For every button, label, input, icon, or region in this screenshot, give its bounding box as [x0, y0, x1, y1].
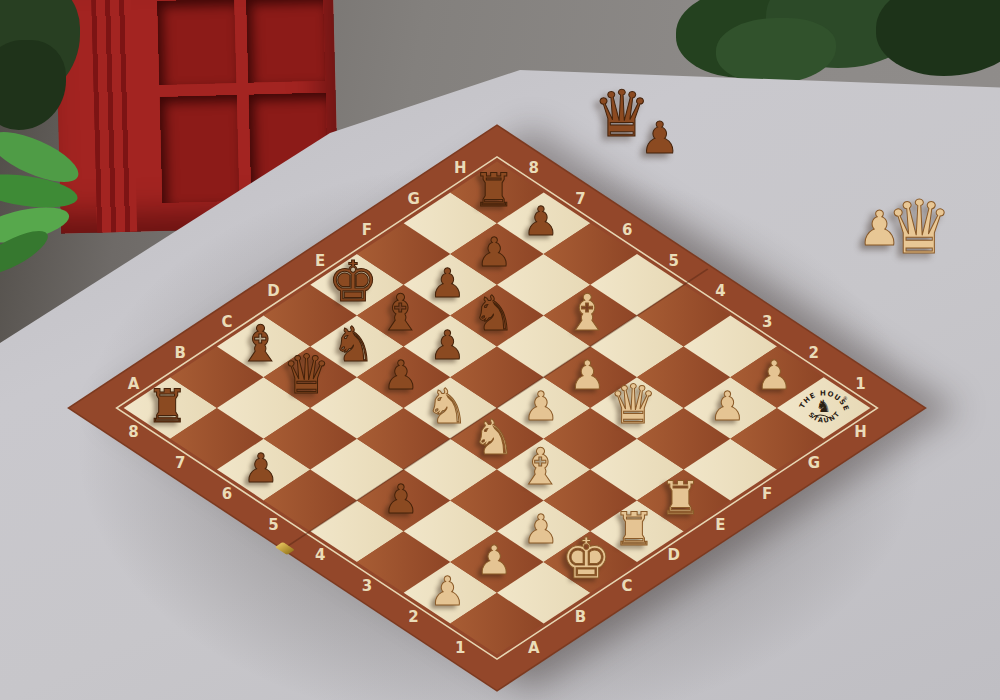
piece-black-knight-f6[interactable]: ♞ [472, 289, 515, 337]
coord-text: 4 [315, 546, 325, 564]
coord-text: B [575, 608, 586, 626]
logo-registered-mark: ® [843, 395, 848, 401]
coord-text: A [528, 639, 540, 657]
coord-text: 5 [669, 252, 679, 270]
piece-black-king-e8[interactable]: ♚ [328, 254, 378, 310]
piece-white-king-c1[interactable]: ♚ [561, 531, 611, 587]
offboard-black-pawn[interactable]: ♟ [640, 116, 679, 160]
piece-black-pawn-f7[interactable]: ♟ [430, 263, 466, 303]
piece-white-bishop-d3[interactable]: ♝ [518, 442, 563, 492]
logo-knight-icon: ♞ [816, 396, 831, 416]
coord-text: 3 [762, 313, 772, 331]
piece-white-rook-d1[interactable]: ♜ [613, 506, 654, 552]
piece-black-pawn-a6[interactable]: ♟ [243, 448, 279, 488]
piece-black-knight-d7[interactable]: ♞ [332, 320, 375, 368]
piece-white-pawn-b2[interactable]: ♟ [476, 540, 512, 580]
coord-text: B [174, 344, 185, 362]
piece-white-pawn-g2[interactable]: ♟ [710, 386, 746, 426]
piece-white-pawn-f4[interactable]: ♟ [570, 355, 606, 395]
piece-white-pawn-a2[interactable]: ♟ [430, 571, 466, 611]
piece-black-pawn-e6[interactable]: ♟ [430, 325, 466, 365]
coord-text: 6 [222, 485, 232, 503]
coord-text: 1 [455, 639, 465, 657]
coord-text: 2 [809, 344, 819, 362]
coord-text: E [715, 516, 725, 534]
piece-black-pawn-h7[interactable]: ♟ [523, 201, 559, 241]
coord-text: 7 [575, 190, 585, 208]
piece-white-knight-d4[interactable]: ♞ [472, 413, 515, 461]
coord-text: F [762, 485, 772, 503]
piece-black-rook-h8[interactable]: ♜ [473, 167, 514, 213]
photo-scene: THE HOUSE OF STAUNTON ♞ ® ABCDEFGH8♜♝♚♜8… [0, 0, 1000, 700]
coord-text: 8 [128, 423, 138, 441]
coord-text: 8 [529, 159, 539, 177]
coord-text: 1 [855, 375, 865, 393]
coord-text: C [622, 577, 633, 595]
coord-text: D [267, 282, 279, 300]
coord-text: H [454, 159, 467, 177]
piece-black-queen-c7[interactable]: ♛ [282, 348, 330, 402]
piece-white-pawn-h2[interactable]: ♟ [756, 355, 792, 395]
coord-text: G [808, 454, 820, 472]
coord-text: G [407, 190, 419, 208]
piece-black-pawn-b4[interactable]: ♟ [383, 479, 419, 519]
coord-text: A [128, 375, 140, 393]
piece-white-knight-d5[interactable]: ♞ [425, 382, 468, 430]
coord-text: H [854, 423, 867, 441]
piece-white-queen-f3[interactable]: ♛ [609, 378, 657, 432]
piece-white-bishop-g5[interactable]: ♝ [564, 288, 609, 338]
coord-text: F [362, 221, 372, 239]
coord-text: D [668, 546, 680, 564]
coord-text: 6 [622, 221, 632, 239]
coord-text: 5 [268, 516, 278, 534]
piece-black-rook-a8[interactable]: ♜ [146, 383, 187, 429]
piece-black-bishop-e7[interactable]: ♝ [378, 288, 423, 338]
coord-text: 7 [175, 454, 185, 472]
piece-black-pawn-g7[interactable]: ♟ [476, 232, 512, 272]
coord-text: E [315, 252, 325, 270]
piece-white-pawn-e4[interactable]: ♟ [523, 386, 559, 426]
piece-black-pawn-d6[interactable]: ♟ [383, 355, 419, 395]
coord-text: 2 [408, 608, 418, 626]
offboard-white-queen[interactable]: ♛ [886, 190, 952, 264]
piece-white-rook-e1[interactable]: ♜ [660, 475, 701, 521]
piece-black-bishop-c8[interactable]: ♝ [238, 319, 283, 369]
piece-white-pawn-c2[interactable]: ♟ [523, 509, 559, 549]
coord-text: 3 [362, 577, 372, 595]
coord-text: 4 [715, 282, 725, 300]
coord-text: C [221, 313, 232, 331]
